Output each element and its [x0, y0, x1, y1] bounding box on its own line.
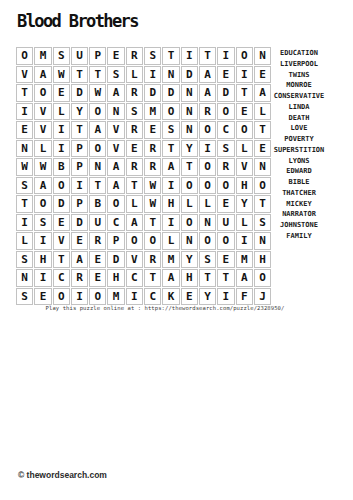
grid-cell[interactable]: O — [89, 103, 106, 121]
play-online-note: Play this puzzle online at : https://the… — [0, 305, 330, 311]
grid-cell[interactable]: A — [34, 66, 51, 84]
grid-cell[interactable]: E — [34, 288, 51, 306]
grid-cell[interactable]: E — [16, 121, 33, 139]
grid-cell[interactable]: E — [53, 214, 70, 232]
grid-cell[interactable]: E — [89, 251, 106, 269]
word-list-item: MICKEY — [267, 199, 331, 210]
word-list-item: LYONS — [267, 156, 331, 167]
grid-cell[interactable]: V — [236, 158, 253, 176]
grid-cell[interactable]: T — [199, 269, 216, 287]
grid-cell[interactable]: O — [236, 47, 253, 65]
grid-cell[interactable]: S — [16, 177, 33, 195]
grid-cell[interactable]: W — [144, 195, 161, 213]
grid-cell[interactable]: H — [181, 269, 198, 287]
grid-cell[interactable]: W — [34, 158, 51, 176]
grid-cell[interactable]: T — [16, 84, 33, 102]
grid-cell[interactable]: A — [199, 84, 216, 102]
grid-cell[interactable]: Y — [181, 140, 198, 158]
grid-cell[interactable]: V — [16, 66, 33, 84]
grid-cell[interactable]: I — [236, 232, 253, 250]
grid-cell[interactable]: E — [236, 103, 253, 121]
grid-cell[interactable]: N — [16, 269, 33, 287]
grid-cell[interactable]: C — [144, 288, 161, 306]
grid-cell[interactable]: O — [199, 232, 216, 250]
grid-cell[interactable]: S — [126, 103, 143, 121]
grid-cell[interactable]: R — [71, 269, 88, 287]
grid-cell[interactable]: I — [236, 66, 253, 84]
grid-cell[interactable]: I — [217, 288, 234, 306]
grid-cell[interactable]: A — [71, 251, 88, 269]
word-list-item: POVERTY — [267, 134, 331, 145]
grid-cell[interactable]: O — [89, 288, 106, 306]
grid-cell[interactable]: P — [89, 47, 106, 65]
grid-cell[interactable]: E — [217, 195, 234, 213]
grid-cell[interactable]: R — [144, 140, 161, 158]
grid-cell[interactable]: S — [162, 121, 179, 139]
grid-cell[interactable]: M — [107, 288, 124, 306]
grid-cell[interactable]: E — [71, 232, 88, 250]
grid-cell[interactable]: T — [126, 177, 143, 195]
grid-cell[interactable]: N — [89, 158, 106, 176]
grid-cell[interactable]: I — [34, 232, 51, 250]
grid-cell[interactable]: E — [217, 251, 234, 269]
grid-cell[interactable]: L — [34, 140, 51, 158]
grid-cell[interactable]: L — [236, 140, 253, 158]
grid-cell[interactable]: P — [71, 158, 88, 176]
grid-cell[interactable]: U — [89, 214, 106, 232]
word-list-item: LINDA — [267, 102, 331, 113]
grid-cell[interactable]: E — [144, 121, 161, 139]
grid-cell[interactable]: T — [53, 251, 70, 269]
grid-cell[interactable]: D — [181, 66, 198, 84]
grid-cell[interactable]: O — [107, 195, 124, 213]
grid-cell[interactable]: N — [181, 232, 198, 250]
grid-cell[interactable]: H — [162, 195, 179, 213]
grid-cell[interactable]: N — [199, 214, 216, 232]
grid-cell[interactable]: P — [107, 232, 124, 250]
grid-cell[interactable]: T — [89, 177, 106, 195]
grid-cell[interactable]: L — [162, 232, 179, 250]
grid-cell[interactable]: T — [162, 140, 179, 158]
grid-cell[interactable]: I — [199, 140, 216, 158]
grid-cell[interactable]: Y — [181, 251, 198, 269]
grid-cell[interactable]: L — [53, 103, 70, 121]
grid-cell[interactable]: S — [199, 251, 216, 269]
grid-cell[interactable]: D — [107, 251, 124, 269]
grid-cell[interactable]: A — [236, 269, 253, 287]
grid-cell[interactable]: O — [199, 177, 216, 195]
grid-cell[interactable]: S — [217, 140, 234, 158]
grid-cell[interactable]: V — [107, 140, 124, 158]
grid-cell[interactable]: O — [217, 103, 234, 121]
grid-cell[interactable]: W — [89, 84, 106, 102]
grid-cell[interactable]: R — [89, 232, 106, 250]
grid-cell[interactable]: O — [181, 177, 198, 195]
grid-cell[interactable]: O — [16, 47, 33, 65]
grid-cell[interactable]: S — [16, 288, 33, 306]
grid-cell[interactable]: I — [144, 66, 161, 84]
grid-cell[interactable]: V — [34, 103, 51, 121]
grid-cell[interactable]: A — [107, 84, 124, 102]
copyright-text: © thewordsearch.com — [18, 470, 107, 480]
grid-cell[interactable]: L — [126, 195, 143, 213]
grid-cell[interactable]: A — [162, 158, 179, 176]
grid-cell[interactable]: V — [53, 232, 70, 250]
grid-cell[interactable]: R — [217, 158, 234, 176]
grid-cell[interactable]: T — [236, 84, 253, 102]
grid-cell[interactable]: J — [254, 288, 271, 306]
word-list-item: SUPERSTITION — [267, 145, 331, 156]
grid-cell[interactable]: A — [107, 177, 124, 195]
grid-cell[interactable]: L — [199, 195, 216, 213]
grid-cell[interactable]: M — [34, 47, 51, 65]
grid-cell[interactable]: R — [144, 251, 161, 269]
grid-cell[interactable]: O — [181, 214, 198, 232]
grid-cell[interactable]: D — [53, 195, 70, 213]
word-search-grid: OMSUPERSTITIONVAWTTSLINDAEIETOEDWARDDNAD… — [16, 47, 271, 305]
grid-cell[interactable]: I — [162, 214, 179, 232]
grid-cell[interactable]: E — [126, 140, 143, 158]
grid-cell[interactable]: A — [162, 269, 179, 287]
grid-cell[interactable]: T — [71, 121, 88, 139]
word-list-item: EDUCATION — [267, 48, 331, 59]
grid-cell[interactable]: L — [126, 66, 143, 84]
word-list: EDUCATIONLIVERPOOLTWINSMONROECONSERVATIV… — [267, 48, 331, 242]
grid-cell[interactable]: W — [144, 177, 161, 195]
grid-cell[interactable]: O — [34, 84, 51, 102]
grid-cell[interactable]: V — [126, 251, 143, 269]
grid-cell[interactable]: A — [89, 121, 106, 139]
grid-cell[interactable]: O — [236, 121, 253, 139]
grid-cell[interactable]: F — [236, 288, 253, 306]
grid-cell[interactable]: A — [126, 214, 143, 232]
grid-cell[interactable]: R — [126, 121, 143, 139]
grid-cell[interactable]: I — [34, 269, 51, 287]
puzzle-title: Blood Brothers — [17, 11, 138, 31]
grid-cell[interactable]: M — [236, 251, 253, 269]
grid-cell[interactable]: D — [162, 84, 179, 102]
word-list-item: THATCHER — [267, 188, 331, 199]
grid-cell[interactable]: U — [71, 47, 88, 65]
grid-cell[interactable]: H — [236, 177, 253, 195]
grid-cell[interactable]: S — [53, 47, 70, 65]
grid-cell[interactable]: A — [107, 158, 124, 176]
grid-cell[interactable]: D — [217, 84, 234, 102]
grid-cell[interactable]: T — [217, 269, 234, 287]
grid-cell[interactable]: I — [181, 47, 198, 65]
word-list-item: LOVE — [267, 123, 331, 134]
grid-cell[interactable]: R — [144, 158, 161, 176]
grid-cell[interactable]: M — [144, 103, 161, 121]
grid-cell[interactable]: C — [107, 214, 124, 232]
grid-cell[interactable]: T — [144, 269, 161, 287]
grid-cell[interactable]: T — [162, 47, 179, 65]
word-list-item: JOHNSTONE — [267, 220, 331, 231]
grid-cell[interactable]: S — [144, 47, 161, 65]
grid-cell[interactable]: E — [107, 47, 124, 65]
grid-cell[interactable]: Y — [199, 288, 216, 306]
grid-cell[interactable]: W — [16, 158, 33, 176]
grid-cell[interactable]: C — [53, 269, 70, 287]
word-list-item: CONSERVATIVE — [267, 91, 331, 102]
grid-cell[interactable]: D — [71, 214, 88, 232]
grid-cell[interactable]: O — [144, 232, 161, 250]
grid-cell[interactable]: E — [181, 288, 198, 306]
grid-cell[interactable]: T — [71, 66, 88, 84]
grid-cell[interactable]: N — [162, 66, 179, 84]
word-list-item: LIVERPOOL — [267, 59, 331, 70]
grid-cell[interactable]: C — [126, 269, 143, 287]
grid-cell[interactable]: T — [16, 195, 33, 213]
grid-cell[interactable]: K — [162, 288, 179, 306]
grid-cell[interactable]: D — [144, 84, 161, 102]
grid-cell[interactable]: R — [126, 158, 143, 176]
grid-cell[interactable]: O — [217, 177, 234, 195]
grid-cell[interactable]: N — [181, 121, 198, 139]
word-list-item: NARRATOR — [267, 209, 331, 220]
grid-cell[interactable]: B — [89, 195, 106, 213]
grid-cell[interactable]: B — [53, 158, 70, 176]
grid-cell[interactable]: I — [217, 47, 234, 65]
word-list-item: EDWARD — [267, 166, 331, 177]
grid-cell[interactable]: R — [199, 103, 216, 121]
grid-cell[interactable]: I — [16, 214, 33, 232]
grid-cell[interactable]: I — [16, 103, 33, 121]
grid-cell[interactable]: H — [34, 251, 51, 269]
grid-cell[interactable]: N — [107, 103, 124, 121]
grid-cell[interactable]: T — [181, 158, 198, 176]
grid-cell[interactable]: N — [16, 140, 33, 158]
grid-cell[interactable]: I — [53, 140, 70, 158]
grid-cell[interactable]: O — [254, 269, 271, 287]
grid-cell[interactable]: D — [71, 84, 88, 102]
grid-cell[interactable]: V — [107, 121, 124, 139]
grid-cell[interactable]: O — [217, 232, 234, 250]
grid-cell[interactable]: R — [126, 47, 143, 65]
grid-cell[interactable]: O — [53, 177, 70, 195]
grid-cell[interactable]: O — [53, 288, 70, 306]
grid-cell[interactable]: O — [199, 158, 216, 176]
word-list-item: FAMILY — [267, 231, 331, 242]
grid-cell[interactable]: E — [53, 84, 70, 102]
grid-cell[interactable]: H — [254, 251, 271, 269]
grid-cell[interactable]: I — [162, 177, 179, 195]
grid-cell[interactable]: I — [126, 288, 143, 306]
grid-cell[interactable]: W — [53, 66, 70, 84]
grid-cell[interactable]: T — [199, 47, 216, 65]
grid-cell[interactable]: P — [71, 140, 88, 158]
puzzle-page: Blood Brothers OMSUPERSTITIONVAWTTSLINDA… — [0, 0, 353, 500]
grid-cell[interactable]: O — [126, 232, 143, 250]
grid-cell[interactable]: L — [236, 214, 253, 232]
grid-cell[interactable]: E — [217, 66, 234, 84]
grid-cell[interactable]: T — [144, 214, 161, 232]
grid-cell[interactable]: Y — [71, 103, 88, 121]
word-list-item: MONROE — [267, 80, 331, 91]
grid-cell[interactable]: N — [181, 103, 198, 121]
grid-cell[interactable]: L — [181, 195, 198, 213]
grid-cell[interactable]: V — [34, 121, 51, 139]
grid-cell[interactable]: I — [71, 177, 88, 195]
word-list-item: TWINS — [267, 70, 331, 81]
grid-cell[interactable]: P — [71, 195, 88, 213]
word-list-item: DEATH — [267, 113, 331, 124]
grid-cell[interactable]: S — [107, 66, 124, 84]
grid-cell[interactable]: I — [53, 121, 70, 139]
grid-cell[interactable]: U — [217, 214, 234, 232]
grid-cell[interactable]: S — [16, 251, 33, 269]
grid-cell[interactable]: N — [181, 84, 198, 102]
grid-cell[interactable]: R — [126, 84, 143, 102]
grid-cell[interactable]: I — [71, 288, 88, 306]
grid-cell[interactable]: O — [89, 140, 106, 158]
grid-cell[interactable]: C — [217, 121, 234, 139]
grid-cell[interactable]: L — [16, 232, 33, 250]
grid-cell[interactable]: Y — [236, 195, 253, 213]
grid-cell[interactable]: A — [199, 66, 216, 84]
grid-cell[interactable]: O — [199, 121, 216, 139]
grid-cell[interactable]: T — [89, 66, 106, 84]
grid-cell[interactable]: O — [34, 195, 51, 213]
word-list-item: BIBLE — [267, 177, 331, 188]
grid-cell[interactable]: H — [107, 269, 124, 287]
grid-cell[interactable]: A — [34, 177, 51, 195]
grid-cell[interactable]: O — [162, 103, 179, 121]
grid-cell[interactable]: M — [162, 251, 179, 269]
grid-cell[interactable]: S — [34, 214, 51, 232]
grid-cell[interactable]: E — [89, 269, 106, 287]
